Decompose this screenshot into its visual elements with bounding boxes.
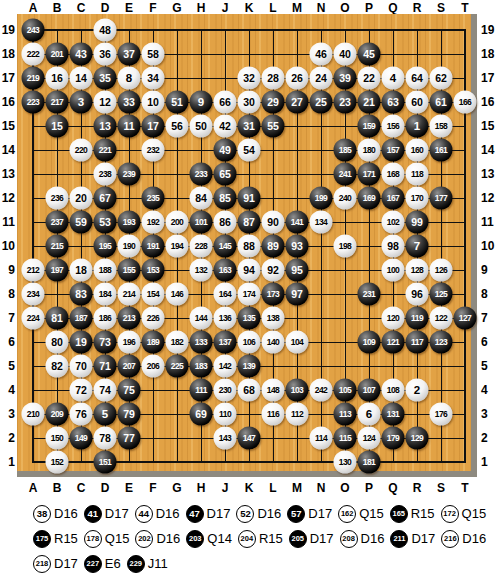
stone-number: 126 [435,266,448,275]
stone-number: 221 [99,146,112,155]
stone-B11: 237 [46,211,69,234]
stone-K14: 54 [238,139,261,162]
stone-number: 26 [291,73,303,84]
stone-number: 78 [99,433,111,444]
stone-number: 83 [75,289,87,300]
caption-stone-black: 229 [127,555,145,573]
stone-number: 189 [147,338,160,347]
coord-left-12: 12 [0,186,15,210]
stone-number: 168 [387,170,400,179]
stone-S7: 122 [430,307,453,330]
stone-D15: 13 [94,115,117,138]
stone-M6: 104 [286,331,309,354]
stone-number: 36 [99,49,111,60]
caption-coordinate: D16 [361,531,385,546]
stone-number: 215 [51,242,64,251]
coord-right-3: 3 [481,402,500,426]
stone-S15: 158 [430,115,453,138]
stone-number: 93 [291,241,303,252]
stone-number: 13 [99,121,111,132]
stone-J13: 65 [214,163,237,186]
stone-number: 119 [411,314,423,323]
stone-R2: 129 [406,427,429,450]
stone-number: 147 [243,434,256,443]
stone-B10: 215 [46,235,69,258]
stone-F5: 206 [142,355,165,378]
stone-D8: 184 [94,283,117,306]
coord-top-J: J [213,1,237,15]
coord-right-6: 6 [481,330,500,354]
stone-B16: 217 [46,91,69,114]
stone-number: 82 [51,361,63,372]
stone-R12: 170 [406,187,429,210]
stone-R10: 7 [406,235,429,258]
caption-coordinate: R15 [54,531,78,546]
stone-S14: 161 [430,139,453,162]
coord-bottom-B: B [45,481,69,495]
coord-top-N: N [309,1,333,15]
stone-C7: 187 [70,307,93,330]
caption-stone-black: 41 [84,505,102,523]
stone-number: 10 [147,97,159,108]
stone-number: 163 [219,266,232,275]
caption-entry-move-47: 47D17 [186,505,237,523]
stone-E2: 77 [118,427,141,450]
stone-number: 30 [243,97,255,108]
stone-number: 17 [147,121,159,132]
stone-D12: 67 [94,187,117,210]
stone-number: 155 [123,266,136,275]
stone-number: 4 [390,72,396,84]
stone-number: 150 [51,434,64,443]
stone-number: 114 [315,434,327,443]
stone-number: 183 [195,362,208,371]
stone-F9: 153 [142,259,165,282]
stone-G10: 194 [166,235,189,258]
stone-number: 11 [123,121,134,132]
stone-number: 237 [51,218,64,227]
stone-number: 116 [267,410,279,419]
stone-number: 92 [267,265,279,276]
coord-left-6: 6 [0,330,15,354]
stone-L10: 89 [262,235,285,258]
stone-Q17: 4 [382,67,405,90]
stone-number: 167 [387,194,400,203]
stone-E5: 207 [118,355,141,378]
stone-P8: 231 [358,283,381,306]
stone-L8: 173 [262,283,285,306]
coord-bottom-A: A [21,481,45,495]
stone-A8: 234 [22,283,45,306]
stone-D7: 186 [94,307,117,330]
caption-coordinate: D16 [54,506,78,521]
stone-number: 3 [78,96,84,108]
stone-L17: 28 [262,67,285,90]
coord-right-19: 19 [481,18,500,42]
stone-number: 145 [219,242,232,251]
stone-D19: 48 [94,19,117,42]
stone-number: 20 [75,193,87,204]
stone-number: 129 [411,434,424,443]
stone-O14: 185 [334,139,357,162]
coord-right-16: 16 [481,90,500,114]
caption-coordinate: D17 [105,506,129,521]
caption-coordinate: E6 [105,556,121,571]
stone-L9: 92 [262,259,285,282]
stone-number: 118 [411,170,423,179]
stone-number: 101 [195,218,208,227]
stone-number: 110 [219,410,231,419]
stone-number: 123 [435,338,448,347]
stone-number: 176 [435,410,448,419]
stone-K9: 94 [238,259,261,282]
stone-number: 233 [195,170,208,179]
coord-right-14: 14 [481,138,500,162]
stone-number: 18 [75,265,87,276]
stone-M9: 95 [286,259,309,282]
stone-number: 100 [387,266,400,275]
stone-number: 188 [99,266,112,275]
stone-Q14: 157 [382,139,405,162]
stone-O16: 23 [334,91,357,114]
stone-D18: 36 [94,43,117,66]
caption-entry-move-218: 218D17 [33,555,84,573]
coord-right-9: 9 [481,258,500,282]
stone-number: 181 [363,458,376,467]
stone-K10: 88 [238,235,261,258]
stone-number: 56 [171,121,183,132]
stone-number: 15 [51,121,63,132]
stone-E4: 75 [118,379,141,402]
caption-coordinate: D17 [207,506,231,521]
stone-number: 79 [123,409,135,420]
stone-number: 194 [171,242,184,251]
coordinate-labels-bottom: ABCDEFGHJKLMNOPQRST [21,481,477,495]
coord-left-3: 3 [0,402,15,426]
stone-number: 152 [51,458,64,467]
caption-stone-white: 52 [236,505,254,523]
stone-number: 103 [291,386,304,395]
stone-B5: 82 [46,355,69,378]
stone-number: 151 [99,458,112,467]
stone-S8: 125 [430,283,453,306]
stone-number: 200 [171,218,184,227]
caption-coordinate: Q15 [462,506,487,521]
stone-number: 122 [435,314,448,323]
stone-M4: 103 [286,379,309,402]
coord-right-7: 7 [481,306,500,330]
stone-number: 105 [339,386,352,395]
coord-left-11: 11 [0,210,15,234]
stone-Q2: 179 [382,427,405,450]
stone-number: 115 [339,434,351,443]
coord-top-P: P [357,1,381,15]
stone-number: 68 [243,385,255,396]
stone-number: 133 [195,338,208,347]
caption-coordinate: J11 [148,556,168,571]
stone-number: 234 [27,290,40,299]
stone-number: 84 [195,193,207,204]
stone-K17: 32 [238,67,261,90]
caption-entry-move-202: 202D16 [135,530,186,548]
coord-bottom-H: H [189,481,213,495]
stone-number: 128 [411,266,424,275]
coord-bottom-S: S [429,481,453,495]
stone-E16: 33 [118,91,141,114]
stone-N16: 25 [310,91,333,114]
stone-M17: 26 [286,67,309,90]
coord-right-8: 8 [481,282,500,306]
caption-stone-white: 208 [340,530,358,548]
coord-bottom-T: T [453,481,477,495]
caption-stone-black: 57 [287,505,305,523]
stone-number: 74 [99,385,111,396]
stone-D13: 238 [94,163,117,186]
stone-number: 2 [414,384,420,396]
stone-number: 240 [339,194,352,203]
stone-number: 96 [411,289,423,300]
stone-number: 65 [219,169,231,180]
coord-bottom-D: D [93,481,117,495]
stone-F18: 58 [142,43,165,66]
stone-P2: 124 [358,427,381,450]
caption-entry-move-229: 229J11 [127,555,174,573]
stone-E10: 190 [118,235,141,258]
stone-number: 199 [315,194,328,203]
caption-coordinate: Q15 [105,531,130,546]
stone-N12: 199 [310,187,333,210]
caption-coordinate: D17 [54,556,78,571]
stone-number: 87 [243,217,255,228]
caption-entry-move-162: 162Q15 [338,505,390,523]
coord-right-18: 18 [481,42,500,66]
coord-top-F: F [141,1,165,15]
stone-F15: 17 [142,115,165,138]
stone-number: 34 [147,73,159,84]
caption-entry-move-211: 211D17 [390,530,441,548]
stone-number: 230 [219,386,232,395]
stone-number: 27 [291,97,303,108]
stone-B2: 150 [46,427,69,450]
stone-E18: 37 [118,43,141,66]
stone-number: 193 [123,218,136,227]
stone-C9: 18 [70,259,93,282]
stone-D1: 151 [94,451,117,474]
stone-B7: 81 [46,307,69,330]
stone-Q4: 108 [382,379,405,402]
caption-coordinate: R15 [411,506,435,521]
stone-number: 86 [219,217,231,228]
stone-number: 127 [459,314,472,323]
stone-number: 223 [27,98,40,107]
coord-bottom-K: K [237,481,261,495]
stone-number: 146 [171,290,184,299]
stone-number: 48 [99,25,111,36]
stone-number: 142 [219,362,232,371]
stone-O3: 113 [334,403,357,426]
stone-number: 120 [387,314,400,323]
stone-P17: 22 [358,67,381,90]
stone-number: 243 [27,26,40,35]
stone-C4: 72 [70,379,93,402]
stone-number: 43 [75,49,87,60]
stone-H12: 84 [190,187,213,210]
stone-number: 177 [435,194,448,203]
stone-C3: 76 [70,403,93,426]
stone-F10: 191 [142,235,165,258]
stone-D14: 221 [94,139,117,162]
stone-H16: 9 [190,91,213,114]
stone-S6: 123 [430,331,453,354]
stone-number: 171 [363,170,376,179]
stone-number: 71 [99,361,111,372]
stone-G6: 182 [166,331,189,354]
stone-number: 19 [75,337,87,348]
caption-coordinate: D17 [308,506,332,521]
coord-bottom-F: F [141,481,165,495]
stone-A17: 219 [22,67,45,90]
stone-number: 198 [339,242,352,251]
stone-S16: 61 [430,91,453,114]
stone-number: 75 [123,385,135,396]
coord-top-R: R [405,1,429,15]
stone-number: 125 [435,290,448,299]
caption-line-1: 38D1641D1744D1647D1752D1657D17162Q15165R… [33,501,493,526]
coordinate-labels-right: 19181716151413121110987654321 [481,18,500,474]
stone-number: 14 [75,73,87,84]
caption-stone-black: 227 [84,555,102,573]
stone-E13: 239 [118,163,141,186]
caption-entry-move-175: 175R15 [33,530,84,548]
stone-R9: 128 [406,259,429,282]
stone-number: 35 [99,73,111,84]
coord-bottom-P: P [357,481,381,495]
stone-L4: 148 [262,379,285,402]
stone-number: 77 [123,433,135,444]
stone-number: 228 [195,242,208,251]
coord-top-O: O [333,1,357,15]
stone-P16: 21 [358,91,381,114]
stone-O1: 130 [334,451,357,474]
stone-number: 9 [198,96,204,108]
stone-E6: 196 [118,331,141,354]
stone-number: 62 [435,73,447,84]
stone-number: 201 [51,50,64,59]
caption-entry-move-227: 227E6 [84,555,127,573]
stone-number: 160 [411,146,424,155]
stone-number: 69 [195,409,207,420]
caption-stone-black: 203 [186,530,204,548]
stone-number: 24 [315,73,327,84]
stone-K12: 91 [238,187,261,210]
coord-left-5: 5 [0,354,15,378]
stone-J15: 42 [214,115,237,138]
stone-O2: 115 [334,427,357,450]
stone-number: 134 [315,218,328,227]
stone-B18: 201 [46,43,69,66]
coord-left-15: 15 [0,114,15,138]
caption-coordinate: R15 [259,531,283,546]
stone-Q15: 156 [382,115,405,138]
stone-number: 73 [99,337,111,348]
stone-number: 90 [267,217,279,228]
caption-stone-white: 162 [338,505,356,523]
stone-O18: 40 [334,43,357,66]
stone-C18: 43 [70,43,93,66]
caption-entry-move-205: 205D17 [289,530,340,548]
coord-top-S: S [429,1,453,15]
caption-entry-move-204: 204R15 [238,530,289,548]
stone-number: 72 [75,385,87,396]
coord-right-1: 1 [481,450,500,474]
stone-number: 5 [102,408,108,420]
stone-F11: 192 [142,211,165,234]
stone-number: 113 [339,410,351,419]
coord-bottom-L: L [261,481,285,495]
stone-M8: 97 [286,283,309,306]
stone-J2: 143 [214,427,237,450]
stone-F7: 226 [142,307,165,330]
caption-entry-move-52: 52D16 [236,505,287,523]
stone-number: 85 [219,193,231,204]
caption-entry-move-165: 165R15 [390,505,441,523]
stone-number: 161 [435,146,448,155]
stone-number: 1 [414,120,420,132]
stone-number: 166 [459,98,472,107]
stone-J8: 164 [214,283,237,306]
caption-stone-white: 202 [135,530,153,548]
stone-number: 39 [339,73,351,84]
stone-number: 220 [75,146,88,155]
stone-number: 136 [219,314,232,323]
stone-B3: 209 [46,403,69,426]
stone-number: 40 [339,49,351,60]
stone-number: 94 [243,265,255,276]
stone-P18: 45 [358,43,381,66]
stone-K11: 87 [238,211,261,234]
stone-number: 164 [219,290,232,299]
coordinate-labels-top: ABCDEFGHJKLMNOPQRST [21,1,477,15]
stone-Q13: 168 [382,163,405,186]
stone-M3: 112 [286,403,309,426]
stone-C5: 70 [70,355,93,378]
stone-number: 54 [243,145,255,156]
coord-bottom-M: M [285,481,309,495]
coord-left-1: 1 [0,450,15,474]
stone-number: 64 [411,73,423,84]
stone-J4: 230 [214,379,237,402]
stone-C2: 149 [70,427,93,450]
stone-number: 242 [315,386,328,395]
stone-O4: 105 [334,379,357,402]
caption-entry-move-57: 57D17 [287,505,338,523]
stone-Q3: 131 [382,403,405,426]
stone-number: 49 [219,145,231,156]
caption-entry-move-172: 172Q15 [441,505,493,523]
stone-H4: 111 [190,379,213,402]
stone-T16: 166 [454,91,477,114]
stone-R11: 99 [406,211,429,234]
stone-O17: 39 [334,67,357,90]
stone-number: 70 [75,361,87,372]
stone-K4: 68 [238,379,261,402]
board[interactable]: 2434822220143363758464045219161435834322… [17,14,477,477]
stone-J11: 86 [214,211,237,234]
stone-E3: 79 [118,403,141,426]
coord-left-13: 13 [0,162,15,186]
stone-number: 210 [27,410,40,419]
stone-number: 66 [219,97,231,108]
